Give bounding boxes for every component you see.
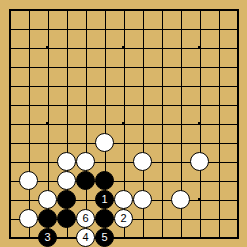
move-number: 5 [101,232,107,243]
white-stone [133,190,152,209]
black-stone [57,190,76,209]
hoshi-point [46,122,49,125]
go-diagram: 624135 [0,0,247,247]
hoshi-point [198,122,201,125]
black-stone [95,209,114,228]
white-stone [57,152,76,171]
white-stone [171,190,190,209]
move-number: 1 [101,194,107,205]
black-stone [95,171,114,190]
white-stone [38,190,57,209]
hoshi-point [198,46,201,49]
hoshi-point [46,46,49,49]
black-stone-move-3: 3 [38,228,57,247]
move-number: 2 [120,213,126,224]
white-stone [57,171,76,190]
white-stone [114,190,133,209]
black-stone [76,171,95,190]
white-stone-move-2: 2 [114,209,133,228]
white-stone [76,152,95,171]
hoshi-point [198,198,201,201]
white-stone-move-6: 6 [76,209,95,228]
move-number: 3 [44,232,50,243]
go-board: 624135 [0,0,247,247]
white-stone-move-4: 4 [76,228,95,247]
white-stone [95,133,114,152]
white-stone [190,152,209,171]
board-intersections: 624135 [0,0,247,247]
white-stone [19,171,38,190]
move-number: 6 [82,213,88,224]
black-stone-move-1: 1 [95,190,114,209]
black-stone [38,209,57,228]
white-stone [19,209,38,228]
black-stone-move-5: 5 [95,228,114,247]
hoshi-point [122,122,125,125]
move-number: 4 [82,232,88,243]
hoshi-point [122,46,125,49]
white-stone [133,152,152,171]
black-stone [57,209,76,228]
